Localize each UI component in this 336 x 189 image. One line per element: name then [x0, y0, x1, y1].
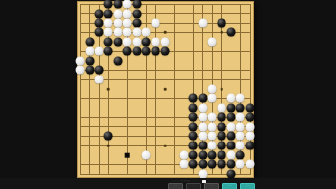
black-stone [189, 141, 198, 150]
black-stone [85, 66, 94, 75]
white-stone [245, 160, 254, 169]
white-stone [226, 150, 235, 159]
black-stone [226, 160, 235, 169]
white-stone [198, 169, 207, 178]
black-stone [151, 47, 160, 56]
go-board[interactable] [77, 1, 254, 178]
control-button-3-dark[interactable]: ···· [204, 183, 219, 189]
black-stone [113, 37, 122, 46]
white-stone [208, 85, 217, 94]
star-point [164, 88, 167, 91]
white-stone [123, 0, 132, 9]
white-stone [236, 94, 245, 103]
star-point [107, 144, 110, 147]
black-stone [217, 132, 226, 141]
black-stone [123, 47, 132, 56]
black-square-marker [125, 153, 130, 158]
white-stone [85, 47, 94, 56]
black-stone [189, 94, 198, 103]
white-stone [198, 19, 207, 28]
black-stone [132, 9, 141, 18]
white-stone [226, 94, 235, 103]
white-stone [123, 28, 132, 37]
black-stone [189, 113, 198, 122]
board-edge-line [80, 174, 251, 175]
white-stone [123, 9, 132, 18]
black-stone [104, 0, 113, 9]
white-stone [113, 19, 122, 28]
white-stone [132, 28, 141, 37]
white-stone [245, 122, 254, 131]
white-stone [245, 132, 254, 141]
white-stone [76, 66, 85, 75]
black-stone [132, 47, 141, 56]
black-stone [226, 132, 235, 141]
black-stone [226, 113, 235, 122]
black-stone [226, 103, 235, 112]
black-stone [104, 37, 113, 46]
white-stone [95, 75, 104, 84]
black-stone [113, 56, 122, 65]
black-stone [217, 160, 226, 169]
control-button-row: ····················· [168, 184, 255, 189]
black-stone [104, 132, 113, 141]
white-stone [104, 28, 113, 37]
white-stone [236, 113, 245, 122]
black-stone [189, 122, 198, 131]
black-stone [198, 94, 207, 103]
white-stone [208, 94, 217, 103]
black-stone [161, 47, 170, 56]
star-point [220, 31, 223, 34]
white-stone [142, 28, 151, 37]
white-stone [113, 9, 122, 18]
black-stone [198, 160, 207, 169]
black-stone [104, 9, 113, 18]
black-stone [85, 37, 94, 46]
star-point [164, 31, 167, 34]
black-stone [189, 103, 198, 112]
black-stone [217, 113, 226, 122]
black-stone [236, 150, 245, 159]
black-stone [198, 141, 207, 150]
star-point [107, 88, 110, 91]
control-button-1-dark[interactable]: ···· [168, 183, 183, 189]
white-stone [198, 132, 207, 141]
white-stone [236, 141, 245, 150]
black-stone [142, 37, 151, 46]
black-stone [245, 113, 254, 122]
white-stone [198, 103, 207, 112]
white-stone [217, 103, 226, 112]
black-stone [95, 66, 104, 75]
black-stone [245, 141, 254, 150]
control-button-4-teal[interactable]: ····· [222, 183, 237, 189]
black-stone [226, 28, 235, 37]
control-button-2-field[interactable]: ··· [186, 183, 201, 189]
black-stone [217, 122, 226, 131]
white-stone [151, 19, 160, 28]
white-stone [132, 37, 141, 46]
black-stone [217, 141, 226, 150]
white-stone [179, 160, 188, 169]
control-button-5-teal[interactable]: ····· [240, 183, 255, 189]
white-stone [161, 37, 170, 46]
white-stone [142, 150, 151, 159]
black-stone [104, 47, 113, 56]
black-stone [132, 19, 141, 28]
white-stone [198, 122, 207, 131]
white-stone [236, 132, 245, 141]
white-stone [104, 19, 113, 28]
white-stone [123, 19, 132, 28]
black-stone [226, 141, 235, 150]
black-stone [113, 0, 122, 9]
white-stone [208, 141, 217, 150]
black-stone [95, 19, 104, 28]
black-stone [236, 103, 245, 112]
black-stone [95, 28, 104, 37]
black-stone [142, 47, 151, 56]
black-stone [189, 150, 198, 159]
black-stone [217, 19, 226, 28]
white-stone [151, 37, 160, 46]
black-stone [217, 150, 226, 159]
app-background: ·······────······· ··· ···· ············… [0, 0, 336, 189]
white-stone [208, 37, 217, 46]
white-stone [198, 113, 207, 122]
black-stone [189, 160, 198, 169]
star-point [164, 144, 167, 147]
black-stone [95, 9, 104, 18]
white-stone [208, 132, 217, 141]
star-point [220, 88, 223, 91]
black-stone [208, 160, 217, 169]
white-stone [113, 28, 122, 37]
white-stone [236, 122, 245, 131]
white-stone [208, 122, 217, 131]
black-stone [198, 150, 207, 159]
black-stone [245, 103, 254, 112]
white-stone [123, 37, 132, 46]
control-bar: ·······────······· ··· ···· ············… [0, 178, 336, 189]
black-stone [208, 150, 217, 159]
white-stone [95, 47, 104, 56]
white-stone [76, 56, 85, 65]
black-stone [132, 0, 141, 9]
black-stone [85, 56, 94, 65]
black-stone [189, 132, 198, 141]
white-stone [236, 160, 245, 169]
white-stone [208, 113, 217, 122]
white-stone [226, 122, 235, 131]
white-stone [179, 150, 188, 159]
black-stone [226, 169, 235, 178]
